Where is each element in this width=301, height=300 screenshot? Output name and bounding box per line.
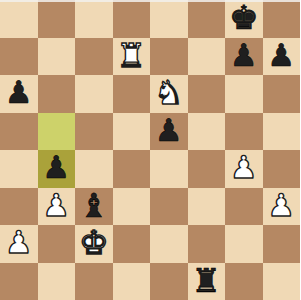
square-e3[interactable] <box>150 188 188 226</box>
square-c8[interactable] <box>75 0 113 38</box>
square-g1[interactable] <box>225 263 263 300</box>
chess-board: ♚♜♟♟♟♞♟♟♟♟♝♟♟♚♜ <box>0 0 300 300</box>
square-d6[interactable] <box>113 75 151 113</box>
square-h5[interactable] <box>263 113 301 151</box>
square-d2[interactable] <box>113 225 151 263</box>
square-d3[interactable] <box>113 188 151 226</box>
piece-white-knight-e6[interactable]: ♞ <box>154 74 184 112</box>
page-edge-strip <box>0 0 300 2</box>
square-g3[interactable] <box>225 188 263 226</box>
square-h4[interactable] <box>263 150 301 188</box>
piece-white-king-c2[interactable]: ♚ <box>79 224 109 262</box>
square-d1[interactable] <box>113 263 151 300</box>
square-h7[interactable]: ♟ <box>263 38 301 76</box>
square-b1[interactable] <box>38 263 76 300</box>
square-b2[interactable] <box>38 225 76 263</box>
square-e1[interactable] <box>150 263 188 300</box>
square-g8[interactable]: ♚ <box>225 0 263 38</box>
square-e5[interactable]: ♟ <box>150 113 188 151</box>
square-e7[interactable] <box>150 38 188 76</box>
square-b5[interactable] <box>38 113 76 151</box>
square-b8[interactable] <box>38 0 76 38</box>
square-f1[interactable]: ♜ <box>188 263 226 300</box>
piece-black-pawn-g7[interactable]: ♟ <box>230 37 258 75</box>
square-a4[interactable] <box>0 150 38 188</box>
square-e6[interactable]: ♞ <box>150 75 188 113</box>
square-f3[interactable] <box>188 188 226 226</box>
square-g6[interactable] <box>225 75 263 113</box>
square-a2[interactable]: ♟ <box>0 225 38 263</box>
square-h8[interactable] <box>263 0 301 38</box>
square-d5[interactable] <box>113 113 151 151</box>
piece-white-pawn-g4[interactable]: ♟ <box>230 149 258 187</box>
square-e4[interactable] <box>150 150 188 188</box>
square-d8[interactable] <box>113 0 151 38</box>
piece-black-king-g8[interactable]: ♚ <box>229 0 259 37</box>
square-a8[interactable] <box>0 0 38 38</box>
square-e2[interactable] <box>150 225 188 263</box>
square-d4[interactable] <box>113 150 151 188</box>
square-a5[interactable] <box>0 113 38 151</box>
square-a6[interactable]: ♟ <box>0 75 38 113</box>
piece-white-pawn-h3[interactable]: ♟ <box>267 187 295 225</box>
square-h6[interactable] <box>263 75 301 113</box>
square-c3[interactable]: ♝ <box>75 188 113 226</box>
piece-black-pawn-b4[interactable]: ♟ <box>42 149 70 187</box>
piece-black-pawn-e5[interactable]: ♟ <box>155 112 183 150</box>
square-a3[interactable] <box>0 188 38 226</box>
piece-white-pawn-b3[interactable]: ♟ <box>42 187 70 225</box>
square-g7[interactable]: ♟ <box>225 38 263 76</box>
square-c7[interactable] <box>75 38 113 76</box>
square-f4[interactable] <box>188 150 226 188</box>
square-c2[interactable]: ♚ <box>75 225 113 263</box>
square-b6[interactable] <box>38 75 76 113</box>
square-h3[interactable]: ♟ <box>263 188 301 226</box>
square-f6[interactable] <box>188 75 226 113</box>
square-c5[interactable] <box>75 113 113 151</box>
square-c6[interactable] <box>75 75 113 113</box>
square-h1[interactable] <box>263 263 301 300</box>
square-f8[interactable] <box>188 0 226 38</box>
piece-black-rook-f1[interactable]: ♜ <box>191 262 221 300</box>
square-b7[interactable] <box>38 38 76 76</box>
square-f7[interactable] <box>188 38 226 76</box>
square-f2[interactable] <box>188 225 226 263</box>
square-b3[interactable]: ♟ <box>38 188 76 226</box>
square-d7[interactable]: ♜ <box>113 38 151 76</box>
square-h2[interactable] <box>263 225 301 263</box>
piece-black-bishop-c3[interactable]: ♝ <box>79 187 109 225</box>
piece-white-rook-d7[interactable]: ♜ <box>116 37 146 75</box>
square-c1[interactable] <box>75 263 113 300</box>
square-e8[interactable] <box>150 0 188 38</box>
square-a1[interactable] <box>0 263 38 300</box>
square-f5[interactable] <box>188 113 226 151</box>
square-g2[interactable] <box>225 225 263 263</box>
square-b4[interactable]: ♟ <box>38 150 76 188</box>
square-g5[interactable] <box>225 113 263 151</box>
square-a7[interactable] <box>0 38 38 76</box>
square-g4[interactable]: ♟ <box>225 150 263 188</box>
square-c4[interactable] <box>75 150 113 188</box>
piece-black-pawn-h7[interactable]: ♟ <box>267 37 295 75</box>
piece-white-pawn-a2[interactable]: ♟ <box>5 224 33 262</box>
screenshot-stage: ♚♜♟♟♟♞♟♟♟♟♝♟♟♚♜ <box>0 0 300 300</box>
piece-black-pawn-a6[interactable]: ♟ <box>5 74 33 112</box>
